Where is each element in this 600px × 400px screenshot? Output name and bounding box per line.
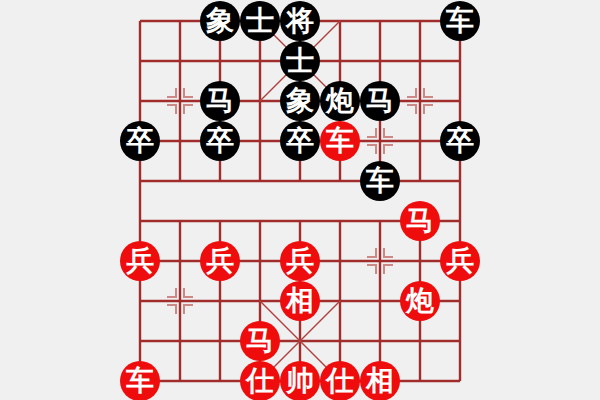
- red-horse[interactable]: 马: [240, 321, 280, 361]
- black-advisor[interactable]: 士: [240, 1, 280, 41]
- piece-layer: 象士将车士马象炮马卒卒卒车卒车马兵兵兵兵相炮马车仕帅仕相: [120, 1, 480, 400]
- black-soldier[interactable]: 卒: [200, 121, 240, 161]
- red-soldier[interactable]: 兵: [280, 241, 320, 281]
- red-advisor[interactable]: 仕: [320, 361, 360, 400]
- black-soldier[interactable]: 卒: [120, 121, 160, 161]
- xiangqi-board[interactable]: 象士将车士马象炮马卒卒卒车卒车马兵兵兵兵相炮马车仕帅仕相: [0, 0, 600, 400]
- red-general[interactable]: 帅: [280, 361, 320, 400]
- black-cannon[interactable]: 炮: [320, 81, 360, 121]
- black-general[interactable]: 将: [280, 1, 320, 41]
- red-soldier[interactable]: 兵: [200, 241, 240, 281]
- red-elephant[interactable]: 相: [280, 281, 320, 321]
- red-advisor[interactable]: 仕: [240, 361, 280, 400]
- red-chariot[interactable]: 车: [320, 121, 360, 161]
- black-elephant[interactable]: 象: [200, 1, 240, 41]
- black-soldier[interactable]: 卒: [280, 121, 320, 161]
- red-chariot[interactable]: 车: [120, 361, 160, 400]
- black-chariot[interactable]: 车: [440, 1, 480, 41]
- red-elephant[interactable]: 相: [360, 361, 400, 400]
- black-chariot[interactable]: 车: [360, 161, 400, 201]
- black-elephant[interactable]: 象: [280, 81, 320, 121]
- black-horse[interactable]: 马: [200, 81, 240, 121]
- black-soldier[interactable]: 卒: [440, 121, 480, 161]
- red-soldier[interactable]: 兵: [440, 241, 480, 281]
- red-horse[interactable]: 马: [400, 201, 440, 241]
- black-advisor[interactable]: 士: [280, 41, 320, 81]
- black-horse[interactable]: 马: [360, 81, 400, 121]
- red-cannon[interactable]: 炮: [400, 281, 440, 321]
- red-soldier[interactable]: 兵: [120, 241, 160, 281]
